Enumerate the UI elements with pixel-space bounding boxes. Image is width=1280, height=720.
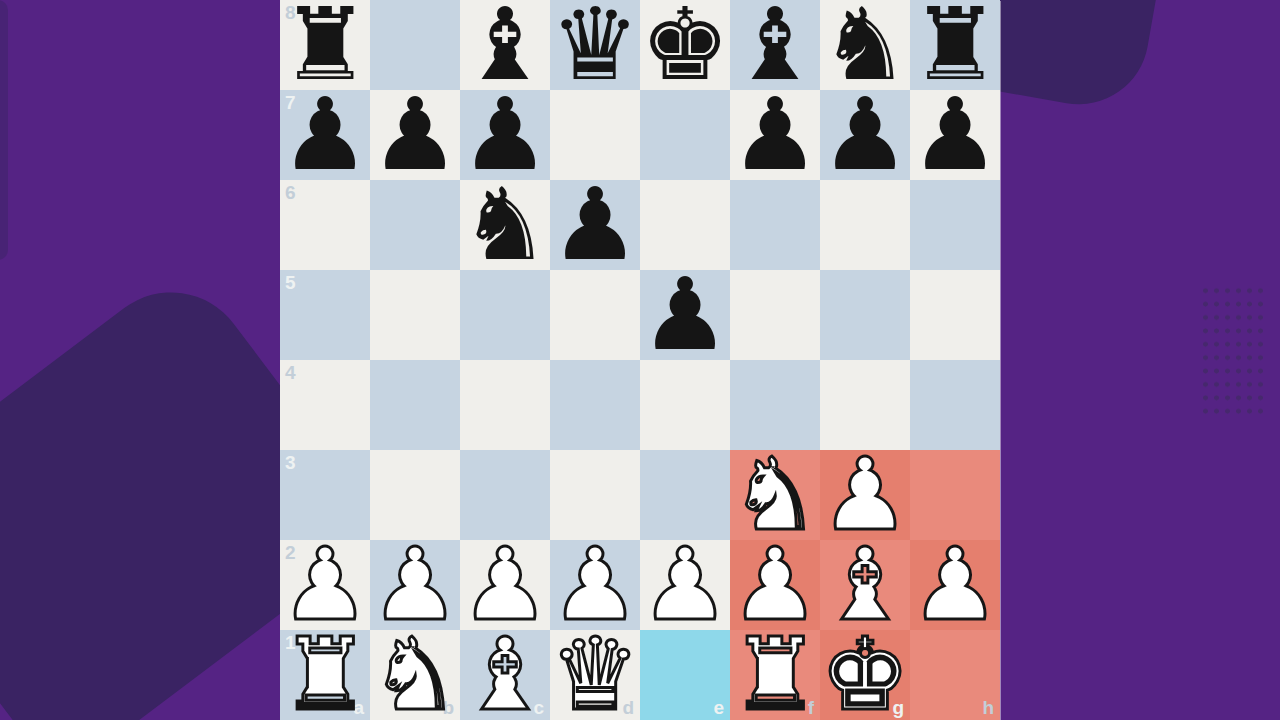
- piece-white-knight[interactable]: ♞: [370, 630, 460, 720]
- square-h4[interactable]: [910, 360, 1000, 450]
- square-a5[interactable]: 5: [280, 270, 370, 360]
- square-h5[interactable]: [910, 270, 1000, 360]
- square-b1[interactable]: b♞: [370, 630, 460, 720]
- square-d1[interactable]: d♛: [550, 630, 640, 720]
- decor-shape-edge-left: [0, 0, 8, 260]
- square-c5[interactable]: [460, 270, 550, 360]
- square-e1[interactable]: e: [640, 630, 730, 720]
- square-a1[interactable]: 1a♜: [280, 630, 370, 720]
- piece-black-knight[interactable]: ♞: [460, 180, 550, 270]
- square-a6[interactable]: 6: [280, 180, 370, 270]
- rank-label-5: 5: [285, 273, 296, 292]
- thumbnail-scene: 8♜♝♛♚♝♞♜7♟♟♟♟♟♟6♞♟5♟43♞♟2♟♟♟♟♟♟♝♟1a♜b♞c♝…: [0, 0, 1280, 720]
- square-d6[interactable]: ♟: [550, 180, 640, 270]
- piece-white-pawn[interactable]: ♟: [910, 540, 1000, 630]
- piece-white-queen[interactable]: ♛: [550, 630, 640, 720]
- square-c1[interactable]: c♝: [460, 630, 550, 720]
- square-g6[interactable]: [820, 180, 910, 270]
- square-b6[interactable]: [370, 180, 460, 270]
- square-h1[interactable]: h: [910, 630, 1000, 720]
- piece-black-pawn[interactable]: ♟: [640, 270, 730, 360]
- square-g7[interactable]: ♟: [820, 90, 910, 180]
- square-d8[interactable]: ♛: [550, 0, 640, 90]
- rank-label-4: 4: [285, 363, 296, 382]
- piece-white-pawn[interactable]: ♟: [640, 540, 730, 630]
- piece-black-pawn[interactable]: ♟: [280, 90, 370, 180]
- square-f7[interactable]: ♟: [730, 90, 820, 180]
- square-a7[interactable]: 7♟: [280, 90, 370, 180]
- piece-white-rook[interactable]: ♜: [280, 630, 370, 720]
- rank-label-6: 6: [285, 183, 296, 202]
- piece-black-queen[interactable]: ♛: [550, 0, 640, 90]
- piece-black-pawn[interactable]: ♟: [820, 90, 910, 180]
- square-c4[interactable]: [460, 360, 550, 450]
- square-h6[interactable]: [910, 180, 1000, 270]
- file-label-h: h: [982, 698, 994, 717]
- piece-black-pawn[interactable]: ♟: [730, 90, 820, 180]
- piece-black-king[interactable]: ♚: [640, 0, 730, 90]
- piece-black-pawn[interactable]: ♟: [370, 90, 460, 180]
- file-label-e: e: [713, 698, 724, 717]
- square-h2[interactable]: ♟: [910, 540, 1000, 630]
- square-e2[interactable]: ♟: [640, 540, 730, 630]
- square-h7[interactable]: ♟: [910, 90, 1000, 180]
- square-e8[interactable]: ♚: [640, 0, 730, 90]
- square-e5[interactable]: ♟: [640, 270, 730, 360]
- square-d4[interactable]: [550, 360, 640, 450]
- square-b4[interactable]: [370, 360, 460, 450]
- square-b5[interactable]: [370, 270, 460, 360]
- square-c6[interactable]: ♞: [460, 180, 550, 270]
- piece-white-king[interactable]: ♚: [820, 630, 910, 720]
- piece-white-rook[interactable]: ♜: [730, 630, 820, 720]
- piece-white-bishop[interactable]: ♝: [460, 630, 550, 720]
- square-f5[interactable]: [730, 270, 820, 360]
- square-g1[interactable]: g♚: [820, 630, 910, 720]
- square-e4[interactable]: [640, 360, 730, 450]
- square-d5[interactable]: [550, 270, 640, 360]
- square-e7[interactable]: [640, 90, 730, 180]
- square-f1[interactable]: f♜: [730, 630, 820, 720]
- square-g5[interactable]: [820, 270, 910, 360]
- piece-black-pawn[interactable]: ♟: [910, 90, 1000, 180]
- square-a4[interactable]: 4: [280, 360, 370, 450]
- square-f6[interactable]: [730, 180, 820, 270]
- decor-dot-grid: [1199, 283, 1265, 417]
- rank-label-3: 3: [285, 453, 296, 472]
- chess-board[interactable]: 8♜♝♛♚♝♞♜7♟♟♟♟♟♟6♞♟5♟43♞♟2♟♟♟♟♟♟♝♟1a♜b♞c♝…: [280, 0, 1000, 720]
- piece-black-pawn[interactable]: ♟: [550, 180, 640, 270]
- square-b7[interactable]: ♟: [370, 90, 460, 180]
